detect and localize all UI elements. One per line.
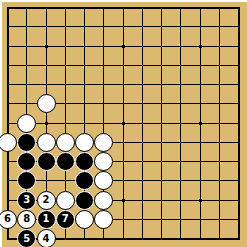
white-stone bbox=[37, 94, 56, 113]
white-stone bbox=[94, 191, 113, 210]
white-stone bbox=[94, 210, 113, 229]
black-stone bbox=[75, 191, 94, 210]
star-point bbox=[199, 199, 202, 202]
black-stone bbox=[37, 152, 56, 171]
move-6-white-stone: 6 bbox=[0, 210, 17, 229]
star-point bbox=[199, 122, 202, 125]
star-point bbox=[45, 45, 48, 48]
white-stone bbox=[75, 133, 94, 152]
move-8-white-stone: 8 bbox=[17, 210, 36, 229]
move-3-black-stone: 3 bbox=[17, 191, 36, 210]
white-stone bbox=[0, 133, 17, 152]
white-stone bbox=[56, 191, 75, 210]
move-2-white-stone: 2 bbox=[37, 191, 56, 210]
white-stone bbox=[37, 133, 56, 152]
star-point bbox=[122, 122, 125, 125]
white-stone bbox=[75, 210, 94, 229]
go-diagram: 32681754 bbox=[0, 0, 247, 247]
move-1-black-stone: 1 bbox=[37, 210, 56, 229]
move-4-white-stone: 4 bbox=[37, 229, 56, 247]
star-point bbox=[122, 199, 125, 202]
star-point bbox=[199, 45, 202, 48]
white-stone bbox=[17, 114, 36, 133]
move-7-black-stone: 7 bbox=[56, 210, 75, 229]
black-stone bbox=[56, 152, 75, 171]
star-point bbox=[45, 122, 48, 125]
white-stone bbox=[56, 133, 75, 152]
black-stone bbox=[17, 133, 36, 152]
move-5-black-stone: 5 bbox=[17, 229, 36, 247]
star-point bbox=[122, 45, 125, 48]
white-stone bbox=[94, 133, 113, 152]
black-stone bbox=[75, 152, 94, 171]
